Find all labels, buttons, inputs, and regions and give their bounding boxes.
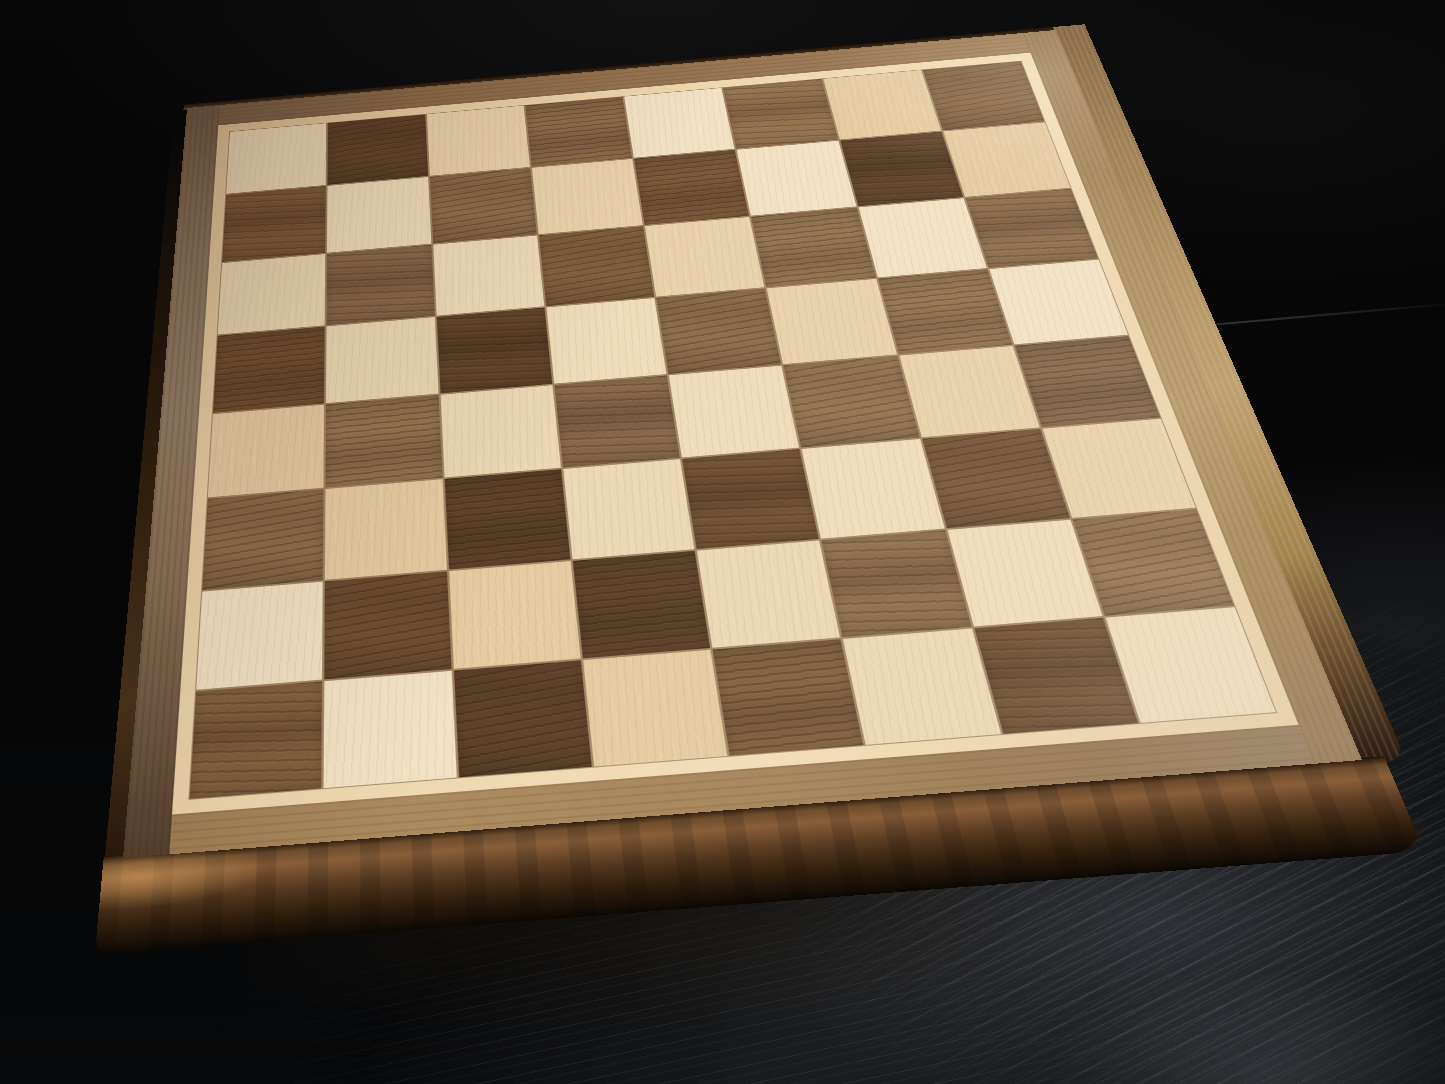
square-e8[interactable]: [624, 88, 735, 158]
square-c2[interactable]: [449, 561, 581, 669]
square-b4[interactable]: [326, 395, 442, 488]
square-a2[interactable]: [196, 581, 323, 689]
square-e3[interactable]: [682, 449, 819, 548]
square-d8[interactable]: [525, 97, 632, 167]
square-f7[interactable]: [737, 141, 856, 215]
square-g8[interactable]: [823, 70, 941, 140]
square-c6[interactable]: [433, 235, 544, 315]
square-b2[interactable]: [325, 571, 451, 679]
square-g7[interactable]: [840, 132, 963, 206]
square-e6[interactable]: [645, 217, 765, 297]
square-a1[interactable]: [190, 681, 323, 799]
square-d4[interactable]: [554, 375, 680, 467]
square-a4[interactable]: [208, 405, 324, 498]
square-g5[interactable]: [878, 269, 1012, 354]
square-a5[interactable]: [213, 326, 325, 412]
square-f8[interactable]: [723, 79, 837, 149]
square-b5[interactable]: [326, 317, 438, 403]
square-a8[interactable]: [226, 123, 326, 194]
square-c1[interactable]: [453, 660, 591, 777]
square-a6[interactable]: [218, 254, 326, 335]
square-a3[interactable]: [202, 489, 323, 589]
square-e7[interactable]: [634, 150, 749, 225]
scene: chess: [0, 0, 1445, 1084]
square-f2[interactable]: [822, 530, 971, 637]
square-c5[interactable]: [436, 307, 552, 393]
square-e2[interactable]: [697, 540, 840, 647]
square-d3[interactable]: [563, 459, 694, 558]
square-d1[interactable]: [583, 650, 727, 767]
square-e1[interactable]: [713, 639, 864, 756]
square-b7[interactable]: [327, 177, 431, 252]
square-d6[interactable]: [539, 226, 655, 306]
square-c7[interactable]: [430, 168, 537, 243]
square-a7[interactable]: [222, 186, 326, 261]
square-c8[interactable]: [426, 106, 529, 176]
square-b6[interactable]: [327, 245, 434, 325]
square-f3[interactable]: [802, 439, 944, 538]
square-f6[interactable]: [751, 207, 875, 287]
square-c4[interactable]: [440, 385, 561, 477]
square-d7[interactable]: [532, 159, 643, 234]
square-f1[interactable]: [843, 628, 1000, 745]
square-g6[interactable]: [858, 198, 986, 277]
square-c3[interactable]: [444, 469, 570, 569]
square-f4[interactable]: [784, 356, 920, 448]
square-e4[interactable]: [669, 366, 800, 458]
square-b8[interactable]: [328, 114, 428, 184]
square-b3[interactable]: [325, 479, 446, 579]
square-b1[interactable]: [324, 671, 456, 788]
square-d5[interactable]: [546, 298, 666, 384]
square-e5[interactable]: [656, 288, 781, 374]
square-d2[interactable]: [572, 550, 710, 658]
square-f5[interactable]: [767, 279, 897, 364]
